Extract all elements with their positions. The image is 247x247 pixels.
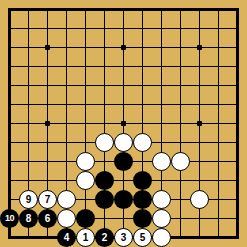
move-number: 9 (26, 195, 32, 205)
intersection (152, 38, 171, 57)
intersection (228, 228, 247, 247)
intersection (190, 19, 209, 38)
grid-line-v (199, 95, 200, 114)
intersection (38, 171, 57, 190)
grid-line-v (66, 114, 67, 133)
intersection (152, 0, 171, 19)
grid-line-v (28, 95, 29, 114)
intersection (95, 209, 114, 228)
intersection: 9 (19, 190, 38, 209)
intersection (171, 114, 190, 133)
black-stone: 2 (95, 228, 114, 247)
go-diagram: 97108641235 (0, 0, 247, 247)
intersection (57, 133, 76, 152)
intersection (19, 152, 38, 171)
intersection (171, 19, 190, 38)
intersection (76, 0, 95, 19)
white-stone (57, 209, 76, 228)
intersection (209, 133, 228, 152)
intersection (95, 57, 114, 76)
intersection (190, 171, 209, 190)
intersection: 10 (0, 209, 19, 228)
intersection (190, 228, 209, 247)
white-stone (152, 228, 171, 247)
grid-line-v (236, 190, 239, 209)
intersection (19, 171, 38, 190)
intersection (171, 190, 190, 209)
intersection (171, 228, 190, 247)
intersection (152, 171, 171, 190)
intersection (171, 95, 190, 114)
grid-line-v (66, 95, 67, 114)
intersection (190, 0, 209, 19)
intersection (114, 95, 133, 114)
intersection (171, 76, 190, 95)
grid-line-v (236, 209, 239, 228)
intersection (76, 209, 95, 228)
grid-line-v (161, 57, 162, 76)
white-stone (152, 190, 171, 209)
grid-line-v (180, 114, 181, 133)
intersection (95, 76, 114, 95)
intersection (209, 114, 228, 133)
intersection (19, 19, 38, 38)
white-stone (152, 209, 171, 228)
intersection (228, 209, 247, 228)
move-number: 10 (5, 214, 14, 223)
grid-line-v (66, 38, 67, 57)
grid-line-v (28, 171, 29, 190)
intersection (0, 38, 19, 57)
intersection (0, 114, 19, 133)
intersection (152, 209, 171, 228)
grid-line-v (218, 209, 219, 228)
grid-line-v (66, 152, 67, 171)
intersection (152, 114, 171, 133)
intersection (133, 209, 152, 228)
intersection (190, 76, 209, 95)
grid-line-v (8, 228, 11, 239)
grid-line-v (199, 171, 200, 190)
black-stone: 4 (57, 228, 76, 247)
grid-line-v (142, 19, 143, 38)
grid-line-v (218, 228, 219, 239)
intersection (171, 209, 190, 228)
grid-line-v (199, 133, 200, 152)
grid-line-v (161, 8, 162, 19)
intersection (38, 114, 57, 133)
star-point (121, 45, 126, 50)
intersection (19, 95, 38, 114)
intersection (95, 114, 114, 133)
intersection (114, 171, 133, 190)
grid-line-v (180, 133, 181, 152)
intersection (57, 57, 76, 76)
grid-line-v (218, 57, 219, 76)
intersection (133, 152, 152, 171)
intersection (190, 152, 209, 171)
grid-line-v (47, 171, 48, 190)
intersection (38, 76, 57, 95)
intersection (95, 38, 114, 57)
star-point (121, 121, 126, 126)
grid-line-v (236, 114, 239, 133)
grid-line-v (236, 8, 239, 19)
intersection (133, 76, 152, 95)
grid-line-v (180, 38, 181, 57)
grid-line-v (85, 190, 86, 209)
grid-line-v (236, 152, 239, 171)
star-point (197, 121, 202, 126)
grid-line-v (66, 8, 67, 19)
intersection (171, 171, 190, 190)
grid-line-v (8, 171, 11, 190)
grid-line-v (104, 152, 105, 171)
white-stone (152, 152, 171, 171)
grid-line-v (47, 76, 48, 95)
grid-line-v (218, 171, 219, 190)
grid-line-v (8, 190, 11, 209)
grid-line-v (66, 19, 67, 38)
grid-line-v (66, 133, 67, 152)
grid-line-v (28, 38, 29, 57)
black-stone (133, 171, 152, 190)
grid-line-v (66, 76, 67, 95)
grid-line-v (218, 8, 219, 19)
grid-line-v (47, 8, 48, 19)
grid-line-v (8, 76, 11, 95)
grid-line-v (218, 152, 219, 171)
intersection (228, 190, 247, 209)
grid-line-v (142, 114, 143, 133)
grid-line-v (104, 8, 105, 19)
intersection (19, 114, 38, 133)
grid-line-v (85, 57, 86, 76)
grid-line-v (236, 228, 239, 239)
grid-line-v (85, 133, 86, 152)
intersection (95, 19, 114, 38)
intersection (133, 190, 152, 209)
move-number: 3 (121, 233, 127, 243)
intersection (0, 19, 19, 38)
intersection (190, 95, 209, 114)
white-stone (171, 152, 190, 171)
move-number: 7 (45, 195, 51, 205)
grid-line-v (47, 57, 48, 76)
grid-line-v (142, 38, 143, 57)
grid-line-v (218, 38, 219, 57)
grid-line-v (28, 57, 29, 76)
move-number: 5 (140, 233, 146, 243)
intersection (133, 171, 152, 190)
intersection (133, 57, 152, 76)
grid-line-v (66, 57, 67, 76)
go-board: 97108641235 (0, 0, 247, 247)
intersection (19, 133, 38, 152)
grid-line-v (199, 19, 200, 38)
intersection (0, 57, 19, 76)
intersection (0, 133, 19, 152)
grid-line-v (236, 133, 239, 152)
grid-line-v (180, 8, 181, 19)
white-stone: 1 (76, 228, 95, 247)
grid-line-v (161, 171, 162, 190)
intersection (228, 114, 247, 133)
intersection (57, 38, 76, 57)
intersection (76, 171, 95, 190)
intersection (171, 152, 190, 171)
grid-line-v (28, 8, 29, 19)
intersection (190, 114, 209, 133)
intersection: 4 (57, 228, 76, 247)
intersection (114, 133, 133, 152)
intersection (19, 76, 38, 95)
intersection (209, 209, 228, 228)
intersection (228, 152, 247, 171)
intersection (57, 190, 76, 209)
intersection (228, 57, 247, 76)
intersection (190, 38, 209, 57)
grid-line-v (8, 8, 11, 19)
intersection (76, 95, 95, 114)
star-point (45, 121, 50, 126)
grid-line-v (161, 19, 162, 38)
grid-line-v (123, 76, 124, 95)
intersection (152, 19, 171, 38)
grid-line-v (85, 8, 86, 19)
grid-line-v (199, 228, 200, 239)
intersection (152, 190, 171, 209)
intersection (114, 76, 133, 95)
white-stone (76, 152, 95, 171)
intersection (133, 0, 152, 19)
grid-line-v (161, 95, 162, 114)
black-stone (133, 209, 152, 228)
grid-line-v (142, 152, 143, 171)
intersection (76, 57, 95, 76)
intersection (152, 57, 171, 76)
intersection (133, 133, 152, 152)
intersection (114, 38, 133, 57)
intersection (152, 76, 171, 95)
intersection (57, 19, 76, 38)
intersection (133, 114, 152, 133)
grid-line-v (104, 57, 105, 76)
white-stone: 7 (38, 190, 57, 209)
black-stone (114, 152, 133, 171)
grid-line-v (47, 228, 48, 239)
white-stone (57, 190, 76, 209)
white-stone: 5 (133, 228, 152, 247)
grid-line-v (123, 57, 124, 76)
intersection: 7 (38, 190, 57, 209)
intersection (95, 152, 114, 171)
black-stone: 8 (19, 209, 38, 228)
grid-line-v (236, 76, 239, 95)
intersection (114, 152, 133, 171)
grid-line-v (85, 19, 86, 38)
intersection (57, 114, 76, 133)
grid-line-v (8, 57, 11, 76)
grid-line-v (28, 228, 29, 239)
grid-line-v (28, 114, 29, 133)
intersection (171, 0, 190, 19)
intersection (76, 190, 95, 209)
black-stone (95, 190, 114, 209)
intersection (0, 171, 19, 190)
grid-line-v (161, 114, 162, 133)
intersection (57, 171, 76, 190)
intersection (171, 57, 190, 76)
intersection (114, 57, 133, 76)
intersection (114, 209, 133, 228)
grid-line-v (236, 57, 239, 76)
white-stone (133, 133, 152, 152)
grid-line-v (85, 38, 86, 57)
intersection (171, 133, 190, 152)
intersection (19, 0, 38, 19)
grid-line-v (161, 76, 162, 95)
black-stone (76, 209, 95, 228)
intersection (228, 38, 247, 57)
grid-line-v (104, 209, 105, 228)
grid-line-v (180, 95, 181, 114)
black-stone (95, 171, 114, 190)
intersection (38, 228, 57, 247)
intersection (152, 133, 171, 152)
intersection: 8 (19, 209, 38, 228)
intersection (228, 171, 247, 190)
move-number: 6 (45, 214, 51, 224)
intersection (152, 95, 171, 114)
intersection (228, 0, 247, 19)
intersection (114, 190, 133, 209)
grid-line-v (123, 171, 124, 190)
grid-line-v (104, 38, 105, 57)
grid-line-v (28, 76, 29, 95)
intersection (209, 0, 228, 19)
intersection (209, 190, 228, 209)
grid-line-v (104, 19, 105, 38)
black-stone: 10 (0, 209, 19, 228)
intersection (209, 171, 228, 190)
grid-line-v (47, 19, 48, 38)
grid-line-v (104, 76, 105, 95)
intersection (190, 57, 209, 76)
intersection (0, 228, 19, 247)
intersection (95, 133, 114, 152)
white-stone (76, 171, 95, 190)
grid-line-v (180, 19, 181, 38)
intersection (95, 95, 114, 114)
grid-line-v (47, 95, 48, 114)
grid-line-v (142, 76, 143, 95)
intersection (38, 38, 57, 57)
grid-line-v (199, 76, 200, 95)
grid-line-v (218, 114, 219, 133)
intersection (190, 133, 209, 152)
grid-line-v (47, 152, 48, 171)
intersection (228, 19, 247, 38)
grid-line-v (236, 95, 239, 114)
intersection (57, 0, 76, 19)
intersection: 5 (133, 228, 152, 247)
intersection (76, 114, 95, 133)
intersection: 2 (95, 228, 114, 247)
intersection (228, 76, 247, 95)
grid-line-v (8, 95, 11, 114)
grid-line-v (104, 114, 105, 133)
grid-line-v (123, 19, 124, 38)
grid-line-v (218, 76, 219, 95)
intersection (76, 133, 95, 152)
intersection (133, 19, 152, 38)
intersection (57, 209, 76, 228)
intersection (19, 228, 38, 247)
grid-line-v (8, 114, 11, 133)
grid-line-v (236, 19, 239, 38)
black-stone (114, 190, 133, 209)
intersection (209, 76, 228, 95)
grid-line-v (85, 114, 86, 133)
intersection (209, 57, 228, 76)
intersection (152, 228, 171, 247)
grid-line-v (8, 133, 11, 152)
intersection (209, 228, 228, 247)
intersection: 6 (38, 209, 57, 228)
intersection (57, 95, 76, 114)
grid-line-v (199, 209, 200, 228)
intersection: 3 (114, 228, 133, 247)
grid-line-v (28, 133, 29, 152)
grid-line-v (199, 57, 200, 76)
intersection (209, 38, 228, 57)
grid-line-v (180, 228, 181, 239)
intersection (228, 133, 247, 152)
intersection (38, 133, 57, 152)
move-number: 2 (102, 233, 108, 243)
grid-line-v (28, 152, 29, 171)
intersection (0, 95, 19, 114)
intersection (38, 57, 57, 76)
intersection (114, 0, 133, 19)
white-stone (114, 133, 133, 152)
intersection (57, 152, 76, 171)
grid-line-v (123, 8, 124, 19)
grid-line-v (218, 19, 219, 38)
intersection (19, 38, 38, 57)
intersection (133, 38, 152, 57)
intersection: 1 (76, 228, 95, 247)
black-stone: 6 (38, 209, 57, 228)
intersection (76, 76, 95, 95)
star-point (45, 45, 50, 50)
grid-line-v (199, 8, 200, 19)
grid-line-v (85, 76, 86, 95)
grid-line-v (123, 209, 124, 228)
grid-line-v (236, 171, 239, 190)
star-point (197, 45, 202, 50)
grid-line-v (142, 57, 143, 76)
white-stone (95, 133, 114, 152)
intersection (95, 190, 114, 209)
intersection (228, 95, 247, 114)
intersection (190, 209, 209, 228)
grid-line-v (180, 76, 181, 95)
intersection (0, 0, 19, 19)
intersection (38, 95, 57, 114)
grid-line-v (180, 171, 181, 190)
